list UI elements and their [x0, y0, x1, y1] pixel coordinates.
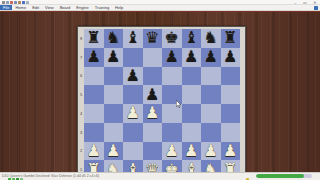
piece-black-pawn: ♟: [106, 48, 120, 66]
rank-label-4: 4: [79, 104, 83, 123]
menu-item-engine[interactable]: Engine: [73, 5, 91, 10]
square-e7[interactable]: ♟: [162, 48, 182, 67]
app-window: – ▭ ✕ File HomeEditViewBoardEngineTraini…: [0, 0, 320, 180]
piece-white-pawn: ♟: [223, 142, 237, 160]
square-a2[interactable]: ♟: [84, 142, 104, 161]
menu-item-view[interactable]: View: [42, 5, 57, 10]
rank-label-3: 3: [79, 123, 83, 142]
rank-labels: 87654321: [79, 29, 83, 179]
menu-file-tab[interactable]: File: [0, 5, 12, 10]
rank-label-7: 7: [79, 48, 83, 67]
mouse-cursor-icon: [176, 94, 182, 112]
piece-white-pawn: ♟: [106, 142, 120, 160]
board-icon[interactable]: [2, 1, 5, 4]
piece-black-bishop: ♝: [184, 29, 198, 47]
piece-white-pawn: ♟: [87, 142, 101, 160]
piece-white-pawn: ♟: [126, 104, 140, 122]
square-f2[interactable]: ♟: [182, 142, 202, 161]
status-bar: D10 Queen's Gambit Declined: Slav Defens…: [0, 172, 320, 180]
square-b4[interactable]: [104, 104, 124, 123]
menu-item-edit[interactable]: Edit: [29, 5, 42, 10]
quick-access-toolbar: [2, 1, 29, 4]
square-b3[interactable]: [104, 123, 124, 142]
pieces-icon[interactable]: [14, 1, 17, 4]
engine-icon[interactable]: [22, 1, 25, 4]
square-e2[interactable]: ♟: [162, 142, 182, 161]
piece-black-rook: ♜: [87, 29, 101, 47]
square-h7[interactable]: ♟: [221, 48, 241, 67]
piece-white-pawn: ♟: [145, 104, 159, 122]
piece-black-queen: ♛: [145, 29, 159, 47]
menu-item-home[interactable]: Home: [12, 5, 29, 10]
square-d3[interactable]: [143, 123, 163, 142]
book-icon[interactable]: [18, 1, 21, 4]
save-icon[interactable]: [6, 1, 9, 4]
square-c4[interactable]: ♟: [123, 104, 143, 123]
square-d6[interactable]: [143, 67, 163, 86]
square-b8[interactable]: ♞: [104, 29, 124, 48]
square-c2[interactable]: [123, 142, 143, 161]
square-b6[interactable]: [104, 67, 124, 86]
status-chip-3: [20, 178, 23, 180]
square-h5[interactable]: [221, 85, 241, 104]
piece-black-knight: ♞: [106, 29, 120, 47]
square-a6[interactable]: [84, 67, 104, 86]
rank-label-6: 6: [79, 67, 83, 86]
progress-bar: [256, 174, 312, 178]
settings-icon[interactable]: [26, 1, 29, 4]
piece-black-knight: ♞: [204, 29, 218, 47]
square-f7[interactable]: ♟: [182, 48, 202, 67]
square-e3[interactable]: [162, 123, 182, 142]
progress-fill: [256, 174, 304, 178]
square-d4[interactable]: ♟: [143, 104, 163, 123]
square-f8[interactable]: ♝: [182, 29, 202, 48]
square-h4[interactable]: [221, 104, 241, 123]
rank-label-5: 5: [79, 85, 83, 104]
menu-item-board[interactable]: Board: [57, 5, 74, 10]
square-h6[interactable]: [221, 67, 241, 86]
square-f6[interactable]: [182, 67, 202, 86]
chess-board-frame: 87654321 ♜♞♝♛♚♝♞♜♟♟♟♟♟♟♟♟♟♟♟♟♟♟♟♟♜♞♝♛♚♝♞…: [77, 26, 246, 180]
square-a4[interactable]: [84, 104, 104, 123]
square-f3[interactable]: [182, 123, 202, 142]
status-chip-2: [16, 178, 19, 180]
square-d7[interactable]: [143, 48, 163, 67]
square-h3[interactable]: [221, 123, 241, 142]
square-g6[interactable]: [201, 67, 221, 86]
piece-black-pawn: ♟: [145, 86, 159, 104]
status-indicator-dot: [246, 178, 249, 180]
piece-white-pawn: ♟: [204, 142, 218, 160]
piece-black-pawn: ♟: [87, 48, 101, 66]
menu-item-training[interactable]: Training: [92, 5, 112, 10]
square-g2[interactable]: ♟: [201, 142, 221, 161]
piece-white-pawn: ♟: [165, 142, 179, 160]
square-h2[interactable]: ♟: [221, 142, 241, 161]
piece-black-rook: ♜: [223, 29, 237, 47]
square-e6[interactable]: [162, 67, 182, 86]
piece-black-bishop: ♝: [126, 29, 140, 47]
status-chips: [8, 178, 23, 180]
square-a3[interactable]: [84, 123, 104, 142]
square-g7[interactable]: ♟: [201, 48, 221, 67]
import-icon[interactable]: [10, 1, 13, 4]
chess-board: ♜♞♝♛♚♝♞♜♟♟♟♟♟♟♟♟♟♟♟♟♟♟♟♟♜♞♝♛♚♝♞♜: [84, 29, 240, 179]
menu-items: HomeEditViewBoardEngineTrainingHelp: [12, 5, 126, 10]
square-c6[interactable]: ♟: [123, 67, 143, 86]
square-b2[interactable]: ♟: [104, 142, 124, 161]
square-a7[interactable]: ♟: [84, 48, 104, 67]
square-b5[interactable]: [104, 85, 124, 104]
piece-black-king: ♚: [165, 29, 179, 47]
square-h8[interactable]: ♜: [221, 29, 241, 48]
piece-black-pawn: ♟: [165, 48, 179, 66]
square-g5[interactable]: [201, 85, 221, 104]
help-icon[interactable]: [314, 6, 318, 10]
square-a5[interactable]: [84, 85, 104, 104]
square-g8[interactable]: ♞: [201, 29, 221, 48]
piece-black-pawn: ♟: [184, 48, 198, 66]
square-g4[interactable]: [201, 104, 221, 123]
rank-label-2: 2: [79, 142, 83, 161]
status-text: D10 Queen's Gambit Declined: Slav Defens…: [2, 174, 99, 178]
square-a8[interactable]: ♜: [84, 29, 104, 48]
square-e8[interactable]: ♚: [162, 29, 182, 48]
square-c5[interactable]: [123, 85, 143, 104]
square-c3[interactable]: [123, 123, 143, 142]
piece-black-pawn: ♟: [223, 48, 237, 66]
square-c7[interactable]: [123, 48, 143, 67]
piece-black-pawn: ♟: [126, 67, 140, 85]
square-g3[interactable]: [201, 123, 221, 142]
square-d2[interactable]: [143, 142, 163, 161]
wood-background: 87654321 ♜♞♝♛♚♝♞♜♟♟♟♟♟♟♟♟♟♟♟♟♟♟♟♟♜♞♝♛♚♝♞…: [0, 11, 320, 172]
square-f4[interactable]: [182, 104, 202, 123]
rank-label-8: 8: [79, 29, 83, 48]
square-d8[interactable]: ♛: [143, 29, 163, 48]
square-d5[interactable]: ♟: [143, 85, 163, 104]
piece-black-pawn: ♟: [204, 48, 218, 66]
square-c8[interactable]: ♝: [123, 29, 143, 48]
square-b7[interactable]: ♟: [104, 48, 124, 67]
piece-white-pawn: ♟: [184, 142, 198, 160]
menu-item-help[interactable]: Help: [112, 5, 126, 10]
status-chip-0: [8, 178, 11, 180]
status-chip-1: [12, 178, 15, 180]
square-f5[interactable]: [182, 85, 202, 104]
